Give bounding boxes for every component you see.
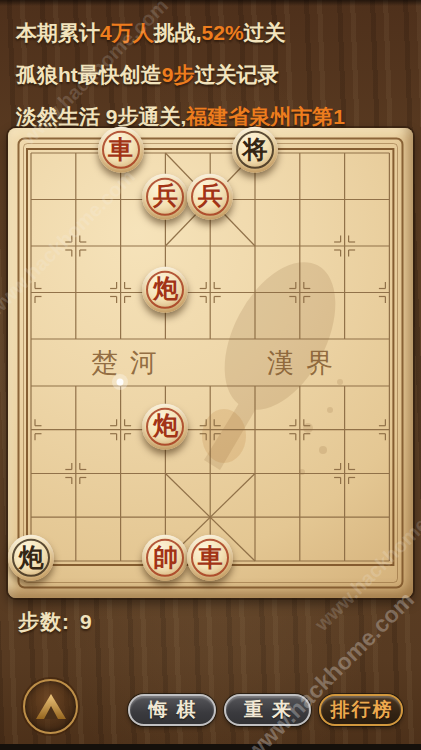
stats-highlight: 福建省泉州市第1 (186, 105, 345, 128)
expand-button[interactable] (23, 679, 78, 734)
river-label-right: 漢界 (267, 348, 345, 378)
piece-glyph: 炮 (19, 544, 44, 569)
undo-button[interactable]: 悔棋 (128, 694, 216, 726)
piece-glyph: 炮 (153, 413, 178, 438)
top-shade (0, 0, 421, 6)
stats-text: 过关 (244, 21, 286, 44)
stats-header: 本期累计4万人挑战,52%过关 孤狼ht最快创造9步过关记录 淡然生活 9步通关… (16, 12, 416, 138)
piece-glyph: 炮 (153, 276, 178, 301)
piece-red-chariot[interactable]: 車 (98, 127, 144, 173)
stats-line-record: 孤狼ht最快创造9步过关记录 (16, 54, 416, 96)
stats-highlight: 9步 (162, 63, 195, 86)
bottom-bar (0, 744, 421, 750)
piece-red-chariot[interactable]: 車 (187, 535, 233, 581)
step-counter-label: 步数: (18, 610, 70, 633)
stats-text: 过关记录 (195, 63, 279, 86)
step-counter: 步数:9 (18, 608, 93, 636)
app-screen: 本期累计4万人挑战,52%过关 孤狼ht最快创造9步过关记录 淡然生活 9步通关… (0, 0, 421, 750)
piece-black-cannon[interactable]: 炮 (8, 535, 54, 581)
piece-red-cannon[interactable]: 炮 (142, 266, 188, 312)
step-counter-value: 9 (80, 610, 93, 633)
piece-red-soldier[interactable]: 兵 (187, 173, 233, 219)
stats-line-challengers: 本期累计4万人挑战,52%过关 (16, 12, 416, 54)
piece-glyph: 将 (243, 136, 268, 161)
stats-text: 淡然生活 9步通关, (16, 105, 186, 128)
piece-glyph: 兵 (198, 183, 223, 208)
piece-glyph: 車 (108, 136, 133, 161)
stats-text: 本期累计 (16, 21, 100, 44)
stats-text: 孤狼ht最快创造 (16, 63, 162, 86)
piece-glyph: 帥 (153, 544, 178, 569)
leaderboard-button[interactable]: 排行榜 (319, 694, 403, 726)
piece-red-cannon[interactable]: 炮 (142, 403, 188, 449)
sparkle-effect (112, 374, 128, 390)
piece-red-soldier[interactable]: 兵 (142, 173, 188, 219)
piece-glyph: 兵 (153, 183, 178, 208)
piece-glyph: 車 (198, 544, 223, 569)
board-artwork-stamp (202, 409, 246, 463)
stats-text: 挑战, (154, 21, 202, 44)
stats-highlight: 52% (202, 21, 244, 44)
stats-highlight: 4万人 (100, 21, 154, 44)
piece-red-general[interactable]: 帥 (142, 535, 188, 581)
xiangqi-board[interactable]: 楚河 漢界 車将兵兵炮炮炮帥車 (8, 128, 413, 598)
restart-button[interactable]: 重来 (224, 694, 311, 726)
up-arrow-icon (34, 692, 68, 722)
river-label-left: 楚河 (91, 348, 169, 378)
piece-black-general[interactable]: 将 (232, 127, 278, 173)
